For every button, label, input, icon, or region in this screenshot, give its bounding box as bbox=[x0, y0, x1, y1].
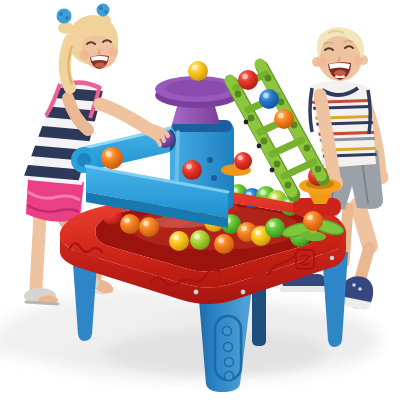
play-ball-red bbox=[238, 70, 258, 90]
ball-highlight bbox=[260, 190, 266, 196]
girl-head bbox=[57, 4, 119, 89]
play-ball-orange bbox=[139, 217, 159, 237]
play-ball-orange bbox=[274, 109, 294, 129]
boy-head bbox=[312, 27, 368, 81]
ball-highlight bbox=[192, 65, 198, 71]
ball-highlight bbox=[269, 222, 275, 228]
ball-on-disc bbox=[188, 61, 208, 81]
ball-highlight bbox=[271, 194, 277, 200]
ball-highlight bbox=[241, 226, 247, 232]
play-ball-yellow bbox=[169, 231, 189, 251]
play-ball-yellow bbox=[188, 61, 208, 81]
photo-canvas: Two laughing toddlers playing with a red… bbox=[0, 0, 400, 400]
ball-highlight bbox=[238, 155, 243, 160]
play-ball-orange bbox=[120, 214, 140, 234]
play-ball-orange bbox=[214, 234, 234, 254]
ball-highlight bbox=[124, 218, 130, 224]
ball-highlight bbox=[173, 235, 179, 241]
ball-highlight bbox=[218, 238, 224, 244]
ball-on-spinner bbox=[303, 211, 323, 231]
ball-highlight bbox=[186, 164, 192, 170]
play-ball-orange bbox=[303, 211, 323, 231]
ball-highlight bbox=[143, 221, 149, 227]
play-ball-lime bbox=[190, 230, 210, 250]
play-ball-green bbox=[265, 218, 285, 238]
play-ball-red bbox=[182, 160, 202, 180]
play-ball-blue bbox=[259, 89, 279, 109]
ball-highlight bbox=[278, 113, 284, 119]
ball-highlight bbox=[106, 151, 112, 157]
ball-highlight bbox=[255, 230, 261, 236]
scene-illustration: Two laughing toddlers playing with a red… bbox=[0, 0, 400, 400]
ball-highlight bbox=[242, 74, 248, 80]
ball-highlight bbox=[263, 93, 269, 99]
girl-shorts bbox=[26, 178, 84, 222]
play-ball-red bbox=[234, 152, 252, 170]
ball-highlight bbox=[194, 234, 200, 240]
ball-highlight bbox=[307, 215, 313, 221]
play-ball-orange bbox=[101, 147, 123, 169]
